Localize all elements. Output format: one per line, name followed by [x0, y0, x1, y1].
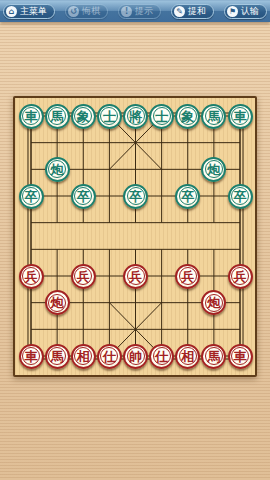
flag-icon: ⚑	[227, 6, 238, 17]
piece-red-車-r9c0[interactable]: 車	[19, 344, 44, 369]
piece-character: 仕	[103, 349, 116, 362]
piece-black-車-r0c8[interactable]: 車	[228, 104, 253, 129]
piece-character: 卒	[234, 189, 247, 202]
piece-character: 炮	[51, 162, 64, 175]
piece-black-炮-r2c1[interactable]: 炮	[45, 157, 70, 182]
piece-character: 車	[234, 349, 247, 362]
piece-character: 車	[25, 109, 38, 122]
piece-character: 仕	[155, 349, 168, 362]
piece-red-炮-r7c1[interactable]: 炮	[45, 290, 70, 315]
piece-character: 炮	[207, 296, 220, 309]
piece-black-象-r0c6[interactable]: 象	[175, 104, 200, 129]
piece-black-卒-r3c0[interactable]: 卒	[19, 184, 44, 209]
piece-red-車-r9c8[interactable]: 車	[228, 344, 253, 369]
piece-character: 兵	[129, 269, 142, 282]
piece-character: 馬	[207, 109, 220, 122]
piece-character: 相	[77, 349, 90, 362]
xiangqi-board[interactable]: 車馬象士將士象馬車炮炮卒卒卒卒卒兵兵兵兵兵炮炮車馬相仕帥仕相馬車	[13, 96, 257, 377]
piece-character: 車	[234, 109, 247, 122]
bell-icon: !	[121, 6, 132, 17]
board-grid-lines	[15, 98, 255, 375]
piece-black-卒-r3c6[interactable]: 卒	[175, 184, 200, 209]
piece-character: 帥	[129, 349, 142, 362]
piece-black-馬-r0c1[interactable]: 馬	[45, 104, 70, 129]
piece-character: 卒	[25, 189, 38, 202]
piece-red-帥-r9c4[interactable]: 帥	[123, 344, 148, 369]
bottom-toolbar: ⌂主菜单↺悔棋!提示✎提和⚑认输	[0, 0, 270, 22]
undo-move-label: 悔棋	[82, 7, 100, 16]
offer-draw-button[interactable]: ✎提和	[171, 4, 214, 19]
piece-red-兵-r6c4[interactable]: 兵	[123, 264, 148, 289]
piece-character: 將	[129, 109, 142, 122]
home-icon: ⌂	[6, 6, 17, 17]
piece-character: 兵	[181, 269, 194, 282]
app-screen: ⚙设置❝名言✉反馈i关于✖退出 車馬象士將士象馬車炮炮卒卒卒卒卒兵兵兵兵兵炮炮車…	[0, 0, 270, 480]
piece-red-馬-r9c1[interactable]: 馬	[45, 344, 70, 369]
main-menu-label: 主菜单	[20, 7, 47, 16]
piece-black-卒-r3c8[interactable]: 卒	[228, 184, 253, 209]
pencil-icon: ✎	[174, 6, 185, 17]
piece-red-仕-r9c3[interactable]: 仕	[97, 344, 122, 369]
piece-red-兵-r6c0[interactable]: 兵	[19, 264, 44, 289]
hint-button[interactable]: !提示	[118, 4, 161, 19]
piece-character: 馬	[51, 109, 64, 122]
undo-icon: ↺	[68, 6, 79, 17]
piece-character: 士	[155, 109, 168, 122]
piece-black-馬-r0c7[interactable]: 馬	[201, 104, 226, 129]
piece-red-馬-r9c7[interactable]: 馬	[201, 344, 226, 369]
piece-character: 炮	[207, 162, 220, 175]
hint-label: 提示	[135, 7, 153, 16]
piece-red-相-r9c6[interactable]: 相	[175, 344, 200, 369]
piece-red-仕-r9c5[interactable]: 仕	[149, 344, 174, 369]
piece-red-兵-r6c6[interactable]: 兵	[175, 264, 200, 289]
piece-character: 士	[103, 109, 116, 122]
piece-character: 象	[181, 109, 194, 122]
piece-black-象-r0c2[interactable]: 象	[71, 104, 96, 129]
piece-character: 卒	[181, 189, 194, 202]
piece-black-卒-r3c4[interactable]: 卒	[123, 184, 148, 209]
piece-black-卒-r3c2[interactable]: 卒	[71, 184, 96, 209]
piece-character: 馬	[207, 349, 220, 362]
piece-character: 相	[181, 349, 194, 362]
piece-character: 象	[77, 109, 90, 122]
piece-character: 炮	[51, 296, 64, 309]
undo-move-button[interactable]: ↺悔棋	[65, 4, 108, 19]
piece-red-相-r9c2[interactable]: 相	[71, 344, 96, 369]
piece-red-兵-r6c8[interactable]: 兵	[228, 264, 253, 289]
piece-character: 兵	[77, 269, 90, 282]
main-menu-button[interactable]: ⌂主菜单	[3, 4, 55, 19]
piece-black-士-r0c3[interactable]: 士	[97, 104, 122, 129]
piece-red-兵-r6c2[interactable]: 兵	[71, 264, 96, 289]
piece-character: 兵	[25, 269, 38, 282]
piece-black-士-r0c5[interactable]: 士	[149, 104, 174, 129]
piece-black-車-r0c0[interactable]: 車	[19, 104, 44, 129]
piece-character: 兵	[234, 269, 247, 282]
piece-character: 馬	[51, 349, 64, 362]
piece-character: 卒	[77, 189, 90, 202]
piece-black-將-r0c4[interactable]: 將	[123, 104, 148, 129]
resign-button[interactable]: ⚑认输	[224, 4, 267, 19]
offer-draw-label: 提和	[188, 7, 206, 16]
resign-label: 认输	[241, 7, 259, 16]
piece-character: 卒	[129, 189, 142, 202]
piece-character: 車	[25, 349, 38, 362]
